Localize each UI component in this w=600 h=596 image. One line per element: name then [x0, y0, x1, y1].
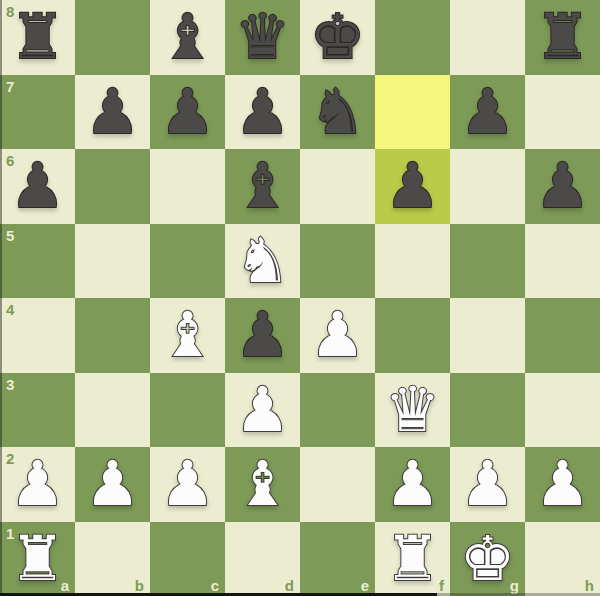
piece-white-king[interactable]: ♚: [450, 522, 525, 596]
file-label-b: b: [135, 578, 144, 593]
piece-black-king[interactable]: ♚: [300, 0, 375, 75]
square-b1[interactable]: b: [75, 522, 150, 596]
square-h3[interactable]: [525, 373, 600, 448]
piece-white-rook[interactable]: ♜: [375, 522, 450, 596]
piece-black-rook[interactable]: ♜: [525, 0, 600, 75]
piece-black-pawn[interactable]: ♟: [450, 75, 525, 150]
square-h4[interactable]: [525, 298, 600, 373]
square-f6[interactable]: ♟: [375, 149, 450, 224]
square-c6[interactable]: [150, 149, 225, 224]
piece-white-bishop[interactable]: ♝: [225, 447, 300, 522]
square-b7[interactable]: ♟: [75, 75, 150, 150]
square-d5[interactable]: ♞: [225, 224, 300, 299]
square-f3[interactable]: ♛: [375, 373, 450, 448]
square-e7[interactable]: ♞: [300, 75, 375, 150]
piece-white-pawn[interactable]: ♟: [75, 447, 150, 522]
square-d8[interactable]: ♛: [225, 0, 300, 75]
square-b2[interactable]: ♟: [75, 447, 150, 522]
piece-white-pawn[interactable]: ♟: [0, 447, 75, 522]
square-d6[interactable]: ♝: [225, 149, 300, 224]
piece-white-rook[interactable]: ♜: [0, 522, 75, 596]
square-h7[interactable]: [525, 75, 600, 150]
square-g1[interactable]: g♚: [450, 522, 525, 596]
square-e5[interactable]: [300, 224, 375, 299]
square-c4[interactable]: ♝: [150, 298, 225, 373]
piece-black-bishop[interactable]: ♝: [225, 149, 300, 224]
piece-white-bishop[interactable]: ♝: [150, 298, 225, 373]
square-f4[interactable]: [375, 298, 450, 373]
piece-white-pawn[interactable]: ♟: [525, 447, 600, 522]
piece-black-pawn[interactable]: ♟: [0, 149, 75, 224]
square-a2[interactable]: 2♟: [0, 447, 75, 522]
square-a8[interactable]: 8♜: [0, 0, 75, 75]
square-b8[interactable]: [75, 0, 150, 75]
square-c8[interactable]: ♝: [150, 0, 225, 75]
file-label-c: c: [211, 578, 219, 593]
file-label-e: e: [361, 578, 369, 593]
piece-white-pawn[interactable]: ♟: [150, 447, 225, 522]
square-d3[interactable]: ♟: [225, 373, 300, 448]
square-c3[interactable]: [150, 373, 225, 448]
square-f2[interactable]: ♟: [375, 447, 450, 522]
piece-black-pawn[interactable]: ♟: [375, 149, 450, 224]
piece-black-rook[interactable]: ♜: [0, 0, 75, 75]
square-g7[interactable]: ♟: [450, 75, 525, 150]
rank-label-7: 7: [6, 79, 14, 94]
file-label-d: d: [285, 578, 294, 593]
square-h2[interactable]: ♟: [525, 447, 600, 522]
piece-white-pawn[interactable]: ♟: [375, 447, 450, 522]
square-e8[interactable]: ♚: [300, 0, 375, 75]
square-b4[interactable]: [75, 298, 150, 373]
piece-black-pawn[interactable]: ♟: [225, 75, 300, 150]
square-f7[interactable]: [375, 75, 450, 150]
chess-board: 8♜♝♛♚♜7♟♟♟♞♟6♟♝♟♟5♞4♝♟♟3♟♛2♟♟♟♝♟♟♟1a♜bcd…: [0, 0, 600, 596]
square-a5[interactable]: 5: [0, 224, 75, 299]
square-f8[interactable]: [375, 0, 450, 75]
square-g6[interactable]: [450, 149, 525, 224]
square-g3[interactable]: [450, 373, 525, 448]
piece-white-pawn[interactable]: ♟: [300, 298, 375, 373]
piece-white-queen[interactable]: ♛: [375, 373, 450, 448]
piece-white-pawn[interactable]: ♟: [225, 373, 300, 448]
piece-black-pawn[interactable]: ♟: [75, 75, 150, 150]
piece-white-knight[interactable]: ♞: [225, 224, 300, 299]
piece-black-pawn[interactable]: ♟: [525, 149, 600, 224]
square-h1[interactable]: h: [525, 522, 600, 596]
piece-black-bishop[interactable]: ♝: [150, 0, 225, 75]
square-f1[interactable]: f♜: [375, 522, 450, 596]
square-a6[interactable]: 6♟: [0, 149, 75, 224]
square-g2[interactable]: ♟: [450, 447, 525, 522]
rank-label-3: 3: [6, 377, 14, 392]
square-c2[interactable]: ♟: [150, 447, 225, 522]
rank-label-5: 5: [6, 228, 14, 243]
piece-black-queen[interactable]: ♛: [225, 0, 300, 75]
square-e2[interactable]: [300, 447, 375, 522]
square-c5[interactable]: [150, 224, 225, 299]
piece-black-pawn[interactable]: ♟: [150, 75, 225, 150]
square-c1[interactable]: c: [150, 522, 225, 596]
square-b5[interactable]: [75, 224, 150, 299]
square-d1[interactable]: d: [225, 522, 300, 596]
square-h5[interactable]: [525, 224, 600, 299]
square-e4[interactable]: ♟: [300, 298, 375, 373]
square-e6[interactable]: [300, 149, 375, 224]
square-f5[interactable]: [375, 224, 450, 299]
rank-label-4: 4: [6, 302, 14, 317]
square-e1[interactable]: e: [300, 522, 375, 596]
piece-black-knight[interactable]: ♞: [300, 75, 375, 150]
square-d4[interactable]: ♟: [225, 298, 300, 373]
square-d2[interactable]: ♝: [225, 447, 300, 522]
square-a7[interactable]: 7: [0, 75, 75, 150]
piece-white-pawn[interactable]: ♟: [450, 447, 525, 522]
square-h8[interactable]: ♜: [525, 0, 600, 75]
square-g8[interactable]: [450, 0, 525, 75]
square-a1[interactable]: 1a♜: [0, 522, 75, 596]
file-label-h: h: [585, 578, 594, 593]
square-a3[interactable]: 3: [0, 373, 75, 448]
square-h6[interactable]: ♟: [525, 149, 600, 224]
square-g4[interactable]: [450, 298, 525, 373]
square-a4[interactable]: 4: [0, 298, 75, 373]
board-left-edge: [0, 0, 2, 596]
square-b3[interactable]: [75, 373, 150, 448]
square-d7[interactable]: ♟: [225, 75, 300, 150]
piece-black-pawn[interactable]: ♟: [225, 298, 300, 373]
square-g5[interactable]: [450, 224, 525, 299]
square-c7[interactable]: ♟: [150, 75, 225, 150]
square-b6[interactable]: [75, 149, 150, 224]
square-e3[interactable]: [300, 373, 375, 448]
